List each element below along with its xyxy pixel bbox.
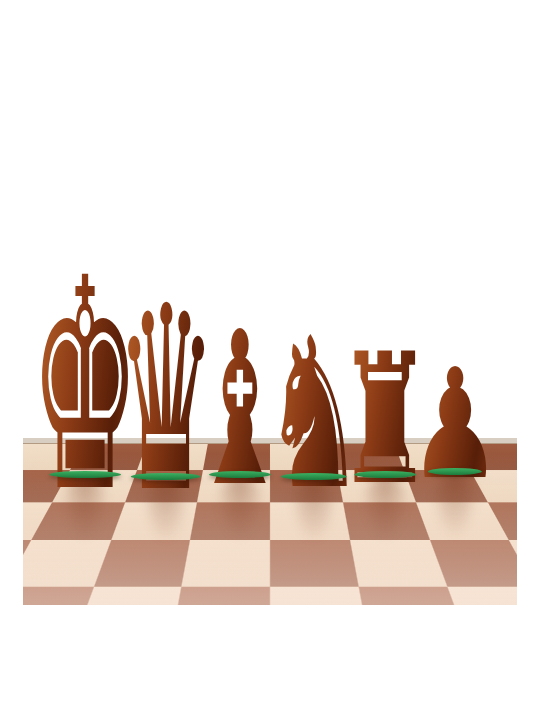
board-square-r5c5: [270, 587, 369, 605]
pawn-piece: ♟: [387, 349, 523, 475]
board-square-r5c7: [447, 587, 517, 605]
board-square-r5c2: [23, 587, 93, 605]
product-photo-stage: ♚ ♛ ♝ ♞ ♜ ♟: [0, 0, 540, 720]
board-square-r4c5: [270, 540, 358, 586]
board-square-r5c4: [171, 587, 270, 605]
pawn-glyph: ♟: [409, 349, 502, 501]
felt-pad: [428, 468, 482, 475]
